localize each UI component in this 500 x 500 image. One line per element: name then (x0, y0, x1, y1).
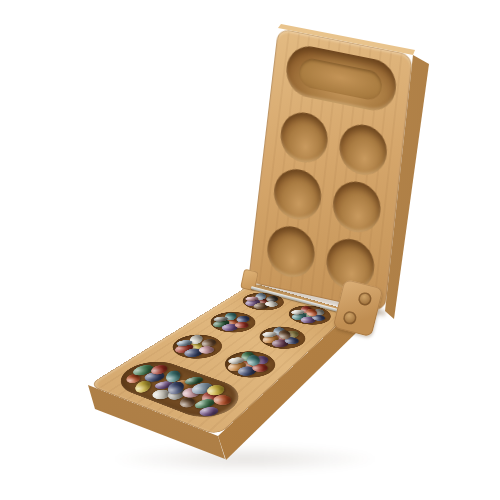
hinge-pin-dowel (342, 310, 358, 326)
upper-pit-5[interactable] (265, 222, 318, 282)
lower-pit-f2[interactable] (201, 308, 263, 337)
hinge-pin-dowel (357, 291, 373, 307)
mancala-board-photo (0, 0, 500, 500)
lower-pit-n1[interactable] (215, 346, 284, 382)
upper-pit-4[interactable] (330, 177, 383, 236)
upper-board-half (248, 28, 413, 312)
gem-stone (278, 330, 290, 339)
upper-pit-3[interactable] (272, 165, 324, 224)
gem-stone (246, 355, 259, 366)
upper-store-pit[interactable] (284, 42, 399, 115)
gem-stone (180, 397, 195, 408)
upper-pit-grid (259, 103, 396, 300)
upper-pit-2[interactable] (337, 120, 390, 179)
lower-pit-f1[interactable] (162, 330, 231, 363)
board-drop-shadow (110, 444, 380, 474)
upper-pit-1[interactable] (278, 108, 330, 167)
lower-pit-n2[interactable] (250, 322, 312, 353)
